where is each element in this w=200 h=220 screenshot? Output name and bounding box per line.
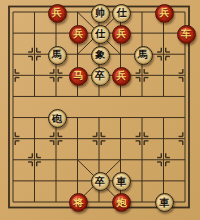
- app-window: 兵兵兵兵车马兵将炮帅仕仕象馬馬卒砲卒車車: [0, 0, 200, 220]
- piece-black-advisor[interactable]: 仕: [112, 4, 131, 23]
- piece-black-horse[interactable]: 馬: [48, 46, 67, 65]
- piece-red-pawn[interactable]: 兵: [112, 25, 131, 44]
- piece-red-horse[interactable]: 马: [69, 67, 88, 86]
- piece-red-pawn[interactable]: 兵: [155, 4, 174, 23]
- piece-black-pawn[interactable]: 卒: [91, 172, 110, 191]
- piece-black-elephant[interactable]: 象: [91, 46, 110, 65]
- piece-black-general[interactable]: 帅: [91, 4, 110, 23]
- piece-black-horse[interactable]: 馬: [134, 46, 153, 65]
- piece-red-pawn[interactable]: 兵: [69, 25, 88, 44]
- piece-black-pawn[interactable]: 卒: [91, 67, 110, 86]
- piece-black-advisor[interactable]: 仕: [91, 25, 110, 44]
- piece-red-pawn[interactable]: 兵: [48, 4, 67, 23]
- piece-red-pawn[interactable]: 兵: [112, 67, 131, 86]
- piece-red-chariot[interactable]: 车: [177, 25, 196, 44]
- piece-black-cannon[interactable]: 砲: [48, 109, 67, 128]
